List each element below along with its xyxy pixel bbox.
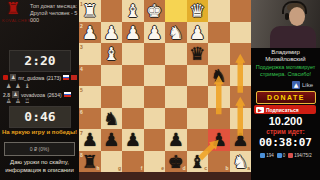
piece-white-p-f2[interactable]: ♟	[122, 22, 144, 44]
top-donor-text: Топ донат месяца: Другой человек - 5 000	[30, 3, 78, 24]
square-b4[interactable]: ♞	[208, 65, 230, 87]
last-move-highlight-d1	[165, 0, 187, 22]
square-a4[interactable]	[230, 65, 252, 87]
square-h3[interactable]: 3	[79, 43, 101, 65]
left-sidebar: ♜ KOVALCHESS Топ донат месяца: Другой че…	[0, 0, 79, 180]
square-h2[interactable]: ♟2	[79, 22, 101, 44]
streamer-name: Владимир Михайловский	[251, 49, 320, 63]
square-a6[interactable]	[230, 108, 252, 130]
stream-stats-row: 1940194/75/2	[253, 153, 319, 158]
square-e6[interactable]	[144, 108, 166, 130]
square-a7[interactable]: ♟	[230, 129, 252, 151]
square-b6[interactable]	[208, 108, 230, 130]
square-b3[interactable]	[208, 43, 230, 65]
file-label-h: h	[96, 165, 99, 171]
stream-timer: 00:38:07	[251, 136, 320, 149]
piece-black-p-f7[interactable]: ♟	[122, 129, 144, 151]
youtube-play-icon: ▶	[256, 107, 264, 113]
square-h5[interactable]: 5	[79, 86, 101, 108]
stat-chat-icon: 0	[277, 153, 286, 158]
square-h7[interactable]: ♟7	[79, 129, 101, 151]
square-g7[interactable]: ♟	[101, 129, 123, 151]
square-g1[interactable]	[101, 0, 123, 22]
square-f3[interactable]	[122, 43, 144, 65]
streamer-last-name: Михайловский	[251, 56, 320, 63]
streamer-torso	[270, 26, 316, 48]
channel-logo-icon: ♜	[6, 0, 20, 18]
stat-value: 194/75/2	[294, 153, 312, 158]
top-donor-line2: Другой человек - 5 000	[30, 10, 78, 24]
square-d4[interactable]	[165, 65, 187, 87]
lessons-line2: информация в описании	[0, 166, 79, 174]
square-g2[interactable]: ♟	[101, 22, 123, 44]
square-c7[interactable]	[187, 129, 209, 151]
opponent-row: ♟ mr_gudowa (2173)	[3, 73, 77, 82]
square-g5[interactable]	[101, 86, 123, 108]
piece-white-p-g2[interactable]: ♟	[101, 22, 123, 44]
rank-label-7: 7	[80, 130, 83, 136]
square-a2[interactable]	[230, 22, 252, 44]
square-f2[interactable]: ♟	[122, 22, 144, 44]
square-b1[interactable]	[208, 0, 230, 22]
rank-label-5: 5	[80, 87, 83, 93]
stat-value: 0	[283, 153, 286, 158]
donation-progress-bar: 0 ₽ (0%)	[4, 142, 75, 156]
square-f4[interactable]	[122, 65, 144, 87]
square-e3[interactable]	[144, 43, 166, 65]
piece-black-n-b4[interactable]: ♞	[208, 65, 230, 87]
piece-white-p-e2[interactable]: ♟	[144, 22, 166, 44]
headphone-cup-icon	[285, 13, 289, 20]
square-c1[interactable]: ♛	[187, 0, 209, 22]
youtube-badge-icon	[3, 75, 8, 80]
square-f1[interactable]: ♝	[122, 0, 144, 22]
rank-label-4: 4	[80, 66, 83, 72]
square-f6[interactable]	[122, 108, 144, 130]
piece-white-q-c1[interactable]: ♛	[187, 0, 209, 22]
square-h1[interactable]: ♜1	[79, 0, 101, 22]
square-c5[interactable]	[187, 86, 209, 108]
file-label-a: a	[247, 165, 250, 171]
square-d8[interactable]: ♚d	[165, 151, 187, 173]
square-d2[interactable]: ♞	[165, 22, 187, 44]
rank-label-2: 2	[80, 23, 83, 29]
file-label-b: b	[225, 165, 228, 171]
opponent-name: mr_gudowa	[18, 75, 44, 81]
square-a5[interactable]	[230, 86, 252, 108]
file-label-g: g	[118, 165, 121, 171]
opponent-clock: 2:20	[9, 50, 71, 72]
square-d6[interactable]	[165, 108, 187, 130]
piece-black-p-a7[interactable]: ♟	[230, 129, 252, 151]
square-a3[interactable]	[230, 43, 252, 65]
stream-status-label: стрим идет:	[251, 128, 320, 135]
piece-white-b-g3[interactable]: ♝	[101, 43, 123, 65]
lessons-line1: Даю уроки по скайпу,	[0, 158, 79, 166]
square-e2[interactable]: ♟	[144, 22, 166, 44]
square-f5[interactable]	[122, 86, 144, 108]
support-line2: стримера. Спасибо!	[251, 71, 320, 78]
square-e8[interactable]: e	[144, 151, 166, 173]
square-g4[interactable]	[101, 65, 123, 87]
top-donor-line1: Топ донат месяца:	[30, 3, 78, 10]
square-f7[interactable]: ♟	[122, 129, 144, 151]
square-b8[interactable]: b	[208, 151, 230, 173]
square-e1[interactable]: ♚	[144, 0, 166, 22]
square-b2[interactable]	[208, 22, 230, 44]
square-b7[interactable]: ♟	[208, 129, 230, 151]
facebook-like-button[interactable]: ▲ Like	[292, 81, 313, 89]
stream-screen: ♜ KOVALCHESS Топ донат месяца: Другой че…	[0, 0, 320, 180]
player-clock: 0:46	[9, 106, 71, 128]
viewers-icon	[260, 153, 265, 158]
square-c6[interactable]	[187, 108, 209, 130]
support-message: Поддержка мотивирует стримера. Спасибо!	[251, 64, 320, 78]
file-label-d: d	[182, 165, 185, 171]
piece-black-n-g6[interactable]: ♞	[101, 108, 123, 130]
piece-white-n-d2[interactable]: ♞	[165, 22, 187, 44]
square-c4[interactable]	[187, 65, 209, 87]
square-d3[interactable]	[165, 43, 187, 65]
subscribe-label: Подписаться	[266, 107, 299, 113]
streamer-first-name: Владимир	[251, 49, 320, 56]
square-e4[interactable]	[144, 65, 166, 87]
opponent-rating: (2173)	[46, 75, 60, 81]
subscriber-count: 10.200	[251, 115, 320, 127]
player-captured-pieces: ♙ ♙ ♖	[6, 97, 31, 104]
stat-value: 194	[266, 153, 274, 158]
square-d7[interactable]: ♟	[165, 129, 187, 151]
square-g6[interactable]: ♞	[101, 108, 123, 130]
right-sidebar: Владимир Михайловский Поддержка мотивиру…	[251, 0, 320, 180]
piece-black-p-g7[interactable]: ♟	[101, 129, 123, 151]
lessons-text: Даю уроки по скайпу, информация в описан…	[0, 158, 79, 174]
russia-flag-icon	[64, 92, 71, 97]
player-rating: (2634)	[47, 92, 61, 98]
square-f8[interactable]: f	[122, 151, 144, 173]
russia-flag-icon	[63, 75, 69, 80]
square-c2[interactable]: ♟	[187, 22, 209, 44]
board-bottom-strip	[79, 172, 251, 180]
stat-likes-icon: 194/75/2	[288, 153, 312, 158]
square-d1[interactable]	[165, 0, 187, 22]
square-a1[interactable]	[230, 0, 252, 22]
rank-label-8: 8	[80, 152, 83, 158]
chat-icon	[277, 153, 282, 158]
piece-black-q-c3[interactable]: ♛	[187, 43, 209, 65]
rank-label-1: 1	[80, 1, 83, 7]
square-g3[interactable]: ♝	[101, 43, 123, 65]
opponent-captured-pieces: ♟ ♟ ♝	[6, 82, 31, 89]
support-line1: Поддержка мотивирует	[251, 64, 320, 71]
piece-white-k-e1[interactable]: ♚	[144, 0, 166, 22]
file-label-f: f	[141, 165, 143, 171]
rank-label-6: 6	[80, 109, 83, 115]
file-label-e: e	[161, 165, 164, 171]
piece-white-p-c2[interactable]: ♟	[187, 22, 209, 44]
motto-text: На яркую игру и победы!	[0, 129, 79, 135]
chess-board[interactable]: ♜1♝♚♛♟2♟♟♟♞♟3♝♛4♞56♞♟7♟♟♟♟♟♜8hgfe♚d♝cb♞a	[79, 0, 251, 172]
square-h4[interactable]: 4	[79, 65, 101, 87]
piece-white-b-f1[interactable]: ♝	[122, 0, 144, 22]
file-label-c: c	[204, 165, 207, 171]
webcam-view	[251, 0, 320, 48]
square-a8[interactable]: ♞a	[230, 151, 252, 173]
piece-black-p-b7[interactable]: ♟	[208, 129, 230, 151]
square-c8[interactable]: ♝c	[187, 151, 209, 173]
stat-viewers-icon: 194	[260, 153, 274, 158]
like-label: Like	[302, 82, 313, 88]
square-h8[interactable]: ♜8h	[79, 151, 101, 173]
thumbs-up-icon: ▲	[292, 81, 300, 89]
square-d5[interactable]	[165, 86, 187, 108]
opponent-avatar: ♟	[10, 74, 16, 81]
donate-button[interactable]: DONATE	[256, 91, 316, 104]
square-e7[interactable]	[144, 129, 166, 151]
donation-progress-label: 0 ₽ (0%)	[5, 143, 74, 155]
rank-label-3: 3	[80, 44, 83, 50]
square-h6[interactable]: 6	[79, 108, 101, 130]
square-c3[interactable]: ♛	[187, 43, 209, 65]
square-g8[interactable]: g	[101, 151, 123, 173]
piece-black-p-d7[interactable]: ♟	[165, 129, 187, 151]
likes-icon	[288, 153, 293, 158]
square-b5[interactable]	[208, 86, 230, 108]
secondary-flag-icon	[71, 75, 77, 80]
subscribe-button[interactable]: ▶ Подписаться	[254, 105, 316, 114]
square-e5[interactable]	[144, 86, 166, 108]
